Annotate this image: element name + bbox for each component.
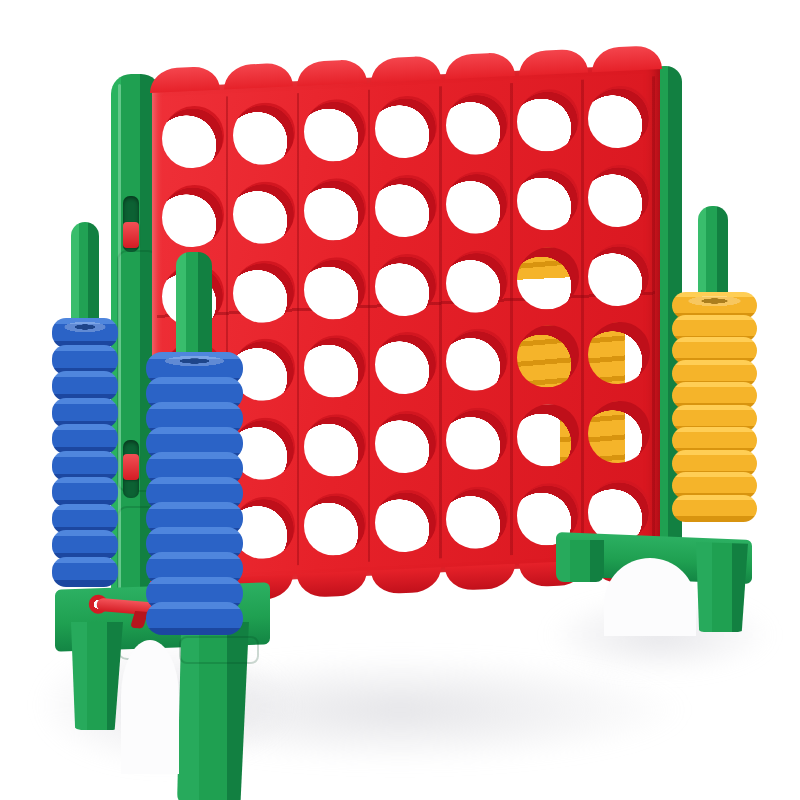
board-cell-c2r1 (228, 93, 299, 175)
board-hole-c7r3 (588, 242, 650, 307)
board-hole-c5r4 (446, 328, 508, 393)
board-hole-c4r1 (375, 95, 437, 160)
board-hole-c5r2 (446, 170, 508, 235)
blue-ring-stack-outer-left (52, 222, 118, 592)
scallop (150, 66, 220, 93)
scallop (224, 62, 294, 89)
board-cell-c3r2 (299, 168, 370, 250)
board-cell-c5r1 (442, 83, 513, 165)
board-hole-c7r5 (588, 399, 650, 464)
scallop (592, 45, 662, 72)
board-hole-c3r3 (304, 256, 366, 321)
board-cell-c7r2 (584, 155, 655, 237)
board-cell-c7r3 (584, 234, 655, 316)
scallop (445, 564, 515, 591)
board-cell-c6r2 (513, 158, 584, 240)
board-hole-c3r1 (304, 98, 366, 163)
right-base-foot-outer (696, 542, 748, 632)
board-hole-c3r5 (304, 413, 366, 478)
board-cell-c4r5 (370, 401, 441, 483)
board-cell-c5r3 (442, 240, 513, 322)
board-hole-c7r2 (588, 163, 650, 228)
blue-ring (52, 504, 118, 534)
board-cell-c4r3 (370, 244, 441, 326)
board-cell-c1r1 (157, 96, 228, 178)
board-hole-c7r4 (588, 321, 650, 386)
board-hole-c3r4 (304, 334, 366, 399)
blue-ring (52, 318, 118, 348)
board-hole-c5r6 (446, 485, 508, 550)
board-hole-c3r2 (304, 177, 366, 242)
board-hole-c5r1 (446, 92, 508, 157)
scallop (445, 52, 515, 79)
board-cell-c7r4 (584, 312, 655, 394)
board-cell-c3r5 (299, 404, 370, 486)
scallop (371, 567, 441, 594)
board-hole-c4r6 (375, 488, 437, 553)
board-cell-c6r3 (513, 237, 584, 319)
board-cell-c6r1 (513, 80, 584, 162)
board-hole-c7r1 (588, 85, 650, 150)
giant-connect-four-set (0, 0, 800, 800)
blue-ring-stack-front-left (146, 252, 243, 642)
board-cell-c6r5 (513, 394, 584, 476)
board-hole-c2r1 (233, 102, 295, 167)
blue-ring (52, 451, 118, 481)
board-hole-c4r2 (375, 174, 437, 239)
disc-release-slider-lower (123, 454, 139, 480)
board-cell-c4r1 (370, 86, 441, 168)
blue-ring (52, 371, 118, 401)
blue-ring (52, 398, 118, 428)
disc-release-slider-upper (123, 222, 139, 248)
blue-ring (52, 477, 118, 507)
board-cell-c3r4 (299, 326, 370, 408)
board-cell-c5r5 (442, 398, 513, 480)
board-cell-c7r1 (584, 76, 655, 158)
blue-ring (52, 424, 118, 454)
board-cell-c5r4 (442, 319, 513, 401)
scallop (371, 55, 441, 82)
yellow-ring (672, 495, 757, 522)
board-cell-c6r4 (513, 316, 584, 398)
board-cell-c1r2 (157, 175, 228, 257)
board-hole-c4r5 (375, 410, 437, 475)
board-cell-c3r1 (299, 90, 370, 172)
board-hole-c6r2 (517, 167, 579, 232)
board-cell-c4r2 (370, 165, 441, 247)
blue-ring (146, 602, 243, 635)
board-cell-c2r2 (228, 172, 299, 254)
left-base-foot-outer (71, 622, 123, 730)
blue-ring (52, 345, 118, 375)
blue-ring (52, 557, 118, 587)
board-hole-c6r5 (517, 403, 579, 468)
board-hole-c6r1 (517, 88, 579, 153)
scallop (519, 48, 589, 75)
right-base-leg (556, 536, 752, 634)
board-cell-c3r6 (299, 483, 370, 565)
board-cell-c4r6 (370, 480, 441, 562)
scallop (297, 59, 367, 86)
board-hole-c6r3 (517, 246, 579, 311)
board-cell-c3r3 (299, 247, 370, 329)
left-base-arch-cutout (121, 640, 179, 774)
right-base-foot-inner (556, 540, 604, 582)
board-hole-c1r1 (162, 105, 224, 170)
board-cell-c5r2 (442, 162, 513, 244)
board-hole-c3r6 (304, 492, 366, 557)
board-hole-c6r4 (517, 324, 579, 389)
board-hole-c5r3 (446, 249, 508, 314)
board-hole-c4r3 (375, 252, 437, 317)
scallop (297, 571, 367, 598)
board-cell-c7r5 (584, 391, 655, 473)
board-hole-c4r4 (375, 331, 437, 396)
blue-ring (52, 530, 118, 560)
board-hole-c1r2 (162, 184, 224, 249)
board-cell-c5r6 (442, 476, 513, 558)
rings-front-right (672, 292, 757, 522)
board-hole-c2r2 (233, 180, 295, 245)
rings-front-left (146, 352, 243, 635)
board-cell-c4r4 (370, 322, 441, 404)
rings-outer-left (52, 318, 118, 587)
board-hole-c5r5 (446, 406, 508, 471)
yellow-ring-stack-front-right (672, 206, 757, 526)
